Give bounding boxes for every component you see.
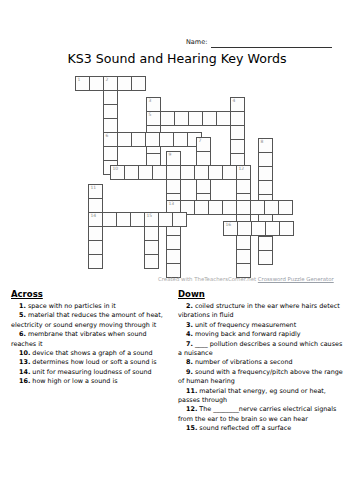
- credit-prefix: Created with TheTeachersCorner.net: [158, 276, 258, 282]
- grid-cell[interactable]: [194, 165, 209, 180]
- clue-item: 3. unit of frequency measurement: [178, 321, 348, 330]
- grid-cell[interactable]: [222, 165, 237, 180]
- grid-cell[interactable]: [258, 152, 273, 167]
- grid-cell[interactable]: [222, 200, 237, 215]
- clue-item: 5. material that reduces the amount of h…: [11, 311, 164, 330]
- cell-number: 4: [233, 99, 236, 104]
- grid-cell[interactable]: [117, 132, 132, 147]
- clue-item: 11. material that energy, eg sound or he…: [178, 387, 348, 406]
- cell-number: 10: [113, 167, 119, 172]
- grid-cell[interactable]: [258, 250, 273, 265]
- cell-number: 7: [199, 139, 202, 144]
- grid-cell[interactable]: [174, 111, 189, 126]
- grid-cell[interactable]: [196, 179, 211, 194]
- grid-cell[interactable]: [166, 249, 181, 264]
- clue-number: 6.: [19, 330, 26, 338]
- grid-cell[interactable]: 15: [144, 212, 159, 227]
- grid-cell[interactable]: [166, 235, 181, 250]
- grid-cell[interactable]: [166, 165, 181, 180]
- down-clues-section: Down 2. coiled structure in the ear wher…: [178, 289, 348, 434]
- grid-cell[interactable]: [144, 240, 159, 255]
- grid-cell[interactable]: [144, 226, 159, 241]
- cell-number: 11: [91, 186, 97, 191]
- grid-cell[interactable]: 10: [110, 165, 125, 180]
- grid-cell[interactable]: [188, 111, 203, 126]
- grid-cell[interactable]: [265, 221, 280, 236]
- grid-cell[interactable]: [124, 165, 139, 180]
- clue-item: 12. The ________nerve carries electrical…: [178, 405, 348, 424]
- grid-cell[interactable]: [131, 76, 146, 91]
- clue-number: 2.: [186, 302, 193, 310]
- cell-number: 6: [106, 134, 109, 139]
- grid-cell[interactable]: 9: [166, 151, 181, 166]
- cell-number: 5: [149, 113, 152, 118]
- grid-cell[interactable]: 7: [196, 137, 211, 152]
- grid-cell[interactable]: [103, 90, 118, 105]
- down-heading: Down: [178, 289, 348, 299]
- clue-number: 15.: [186, 424, 197, 432]
- across-clues-section: Across 1. space with no particles in it5…: [11, 289, 164, 387]
- clue-item: 16. how high or low a sound is: [11, 377, 164, 386]
- grid-cell[interactable]: [237, 221, 252, 236]
- clue-number: 11.: [186, 387, 197, 395]
- cell-number: 14: [91, 214, 97, 219]
- grid-cell[interactable]: [117, 76, 132, 91]
- grid-cell[interactable]: 1: [75, 76, 90, 91]
- clue-item: 10. device that shows a graph of a sound: [11, 349, 164, 358]
- grid-cell[interactable]: [89, 76, 104, 91]
- cell-number: 15: [147, 214, 153, 219]
- clue-number: 3.: [186, 321, 193, 329]
- grid-cell[interactable]: [159, 132, 174, 147]
- grid-cell[interactable]: [88, 226, 103, 241]
- cell-number: 8: [261, 140, 264, 145]
- cell-number: 9: [169, 153, 172, 158]
- grid-cell[interactable]: [138, 165, 153, 180]
- clue-item: 14. unit for measuring loudness of sound: [11, 368, 164, 377]
- grid-cell[interactable]: 6: [103, 132, 118, 147]
- grid-cell[interactable]: [202, 111, 217, 126]
- grid-cell[interactable]: 2: [103, 76, 118, 91]
- grid-cell[interactable]: [103, 146, 118, 161]
- clue-item: 15. sound reflected off a surface: [178, 424, 348, 433]
- clue-item: 4. moving back and forward rapidly: [178, 330, 348, 339]
- clue-number: 4.: [186, 330, 193, 338]
- clue-number: 13.: [19, 358, 30, 366]
- down-clue-list: 2. coiled structure in the ear where hai…: [178, 302, 348, 434]
- grid-cell[interactable]: 8: [258, 138, 273, 153]
- cell-number: 13: [169, 202, 175, 207]
- cell-number: 2: [106, 78, 109, 83]
- clue-item: 13. determines how loud or soft a sound …: [11, 358, 164, 367]
- grid-cell[interactable]: [116, 212, 131, 227]
- clue-item: 2. coiled structure in the ear where hai…: [178, 302, 348, 321]
- grid-cell[interactable]: [258, 166, 273, 181]
- grid-cell[interactable]: [166, 179, 181, 194]
- cell-number: 12: [239, 167, 245, 172]
- grid-cell[interactable]: 14: [88, 212, 103, 227]
- cell-number: 3: [149, 99, 152, 104]
- grid-cell[interactable]: [208, 200, 223, 215]
- across-clue-list: 1. space with no particles in it5. mater…: [11, 302, 164, 387]
- grid-cell[interactable]: [258, 180, 273, 195]
- grid-cell[interactable]: [194, 200, 209, 215]
- clue-number: 9.: [186, 368, 193, 376]
- clue-number: 10.: [19, 349, 30, 357]
- grid-cell[interactable]: [172, 212, 187, 227]
- worksheet-page: Name: KS3 Sound and Hearing Key Words 12…: [0, 0, 354, 500]
- grid-cell[interactable]: [230, 125, 245, 140]
- grid-cell[interactable]: [180, 165, 195, 180]
- across-heading: Across: [11, 289, 164, 299]
- clue-item: 1. space with no particles in it: [11, 302, 164, 311]
- grid-cell[interactable]: [258, 236, 273, 251]
- clue-number: 5.: [19, 311, 26, 319]
- clue-number: 1.: [19, 302, 26, 310]
- grid-cell[interactable]: [130, 212, 145, 227]
- grid-cell[interactable]: [160, 111, 175, 126]
- clue-number: 12.: [186, 405, 197, 413]
- grid-cell[interactable]: [173, 132, 188, 147]
- grid-cell[interactable]: [88, 240, 103, 255]
- grid-cell[interactable]: [102, 212, 117, 227]
- grid-cell[interactable]: 4: [230, 97, 245, 112]
- grid-cell[interactable]: [278, 200, 293, 215]
- grid-cell[interactable]: 16: [223, 221, 238, 236]
- cell-number: 16: [226, 223, 232, 228]
- clue-number: 7.: [186, 340, 193, 348]
- grid-cell[interactable]: [131, 132, 146, 147]
- grid-cell[interactable]: [236, 179, 251, 194]
- grid-cell[interactable]: [145, 132, 160, 147]
- grid-cell[interactable]: [103, 118, 118, 133]
- grid-cell[interactable]: [279, 221, 294, 236]
- grid-cell[interactable]: [230, 139, 245, 154]
- cell-number: 1: [78, 78, 81, 83]
- grid-cell[interactable]: 12: [236, 165, 251, 180]
- grid-cell[interactable]: [216, 111, 231, 126]
- grid-cell[interactable]: [144, 254, 159, 269]
- grid-cell[interactable]: 3: [146, 97, 161, 112]
- clue-item: 7. ____ pollution describes a sound whic…: [178, 340, 348, 359]
- grid-cell[interactable]: [103, 104, 118, 119]
- clue-item: 6. membrane that vibrates when sound rea…: [11, 330, 164, 349]
- grid-cell[interactable]: [236, 249, 251, 264]
- grid-cell[interactable]: [152, 165, 167, 180]
- grid-cell[interactable]: [251, 221, 266, 236]
- clue-number: 14.: [19, 368, 30, 376]
- grid-cell[interactable]: 11: [88, 184, 103, 199]
- grid-cell[interactable]: [196, 151, 211, 166]
- grid-cell[interactable]: 5: [146, 111, 161, 126]
- grid-cell[interactable]: [158, 212, 173, 227]
- credit-line: Created with TheTeachersCorner.net Cross…: [158, 276, 334, 282]
- clue-number: 16.: [19, 377, 30, 385]
- grid-cell[interactable]: [88, 254, 103, 269]
- grid-cell[interactable]: [230, 111, 245, 126]
- grid-cell[interactable]: [208, 165, 223, 180]
- grid-cell[interactable]: [264, 200, 279, 215]
- crossword-grid: 12345678910121113141516: [0, 0, 354, 300]
- clue-item: 8. number of vibrations a second: [178, 358, 348, 367]
- grid-cell[interactable]: [236, 200, 251, 215]
- clue-item: 9. sound with a frequency/pitch above th…: [178, 368, 348, 387]
- clue-number: 8.: [186, 358, 193, 366]
- credit-generator-link[interactable]: Crossword Puzzle Generator: [258, 276, 334, 282]
- grid-cell[interactable]: [236, 235, 251, 250]
- grid-cell[interactable]: [88, 198, 103, 213]
- grid-cell[interactable]: [250, 200, 265, 215]
